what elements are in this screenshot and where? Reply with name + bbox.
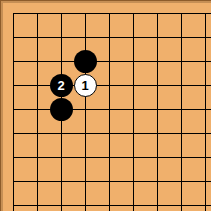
move-number: 2 xyxy=(57,79,64,92)
move-number: 1 xyxy=(81,79,88,92)
board-edge-left-bevel xyxy=(1,1,3,211)
stone-black-c16: 2 xyxy=(50,74,73,97)
stone-white-d16: 1 xyxy=(74,74,97,97)
stone-black-d17 xyxy=(74,50,97,73)
board-edge-top-bevel xyxy=(1,1,211,3)
stone-black-c15 xyxy=(50,98,73,121)
go-board: 12 xyxy=(0,0,211,211)
board-grid xyxy=(13,13,211,211)
